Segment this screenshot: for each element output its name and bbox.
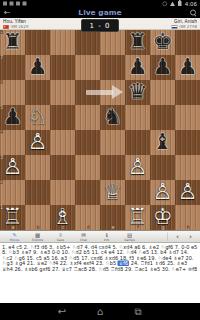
tab-label: Info: [104, 238, 110, 242]
square-c8[interactable]: [50, 30, 75, 55]
square-c5[interactable]: [50, 105, 75, 130]
piece-black-king[interactable]: ♚: [150, 30, 175, 55]
square-d7[interactable]: [75, 55, 100, 80]
sync-icon: [163, 1, 168, 6]
notification-icons: [3, 2, 27, 6]
rank-label-8: 8: [0, 30, 3, 35]
toolbar: ✎Moves▦Explore⇩Save✉ChatℹInfo▤Games ‹ ›: [0, 230, 200, 243]
wifi-icon: [170, 1, 175, 6]
move-list[interactable]: 1. e4 c5 2. ♘f3 d6 3. ♗b5+ ♘d7 4. d4 cxd…: [0, 243, 200, 282]
black-player: Giri, Anish GM 2798: [171, 19, 197, 30]
tab-explore[interactable]: ▦Explore: [26, 232, 49, 241]
black-player-flag-icon: [171, 25, 177, 29]
square-f7[interactable]: ♟: [125, 55, 150, 80]
notification-2-icon: [10, 2, 14, 6]
nav-recents-icon[interactable]: ⧉: [132, 303, 144, 320]
rank-label-5: 5: [0, 105, 3, 110]
square-d6[interactable]: [75, 80, 100, 105]
square-h1[interactable]: h: [175, 205, 200, 230]
square-b8[interactable]: [25, 30, 50, 55]
piece-black-pawn[interactable]: ♟: [150, 55, 175, 80]
square-a1[interactable]: ♖1a: [0, 205, 25, 230]
tab-label: Moves: [10, 238, 20, 242]
square-d3[interactable]: [75, 155, 100, 180]
square-e7[interactable]: [100, 55, 125, 80]
rank-label-7: 7: [0, 55, 3, 60]
status-time: 4:06: [185, 0, 197, 7]
square-e5[interactable]: ♞: [100, 105, 125, 130]
search-button[interactable]: [176, 10, 196, 16]
square-f4[interactable]: [125, 130, 150, 155]
square-f1[interactable]: ♖f: [125, 205, 150, 230]
tab-label: Save: [57, 238, 64, 242]
square-h6[interactable]: [175, 80, 200, 105]
header: ← Live game: [0, 7, 200, 18]
square-f5[interactable]: [125, 105, 150, 130]
square-b4[interactable]: ♙: [25, 130, 50, 155]
square-f3[interactable]: ♙: [125, 155, 150, 180]
game-score: 1 - 0: [81, 19, 119, 32]
square-h5[interactable]: [175, 105, 200, 130]
square-h4[interactable]: [175, 130, 200, 155]
notification-4-icon: [23, 2, 27, 6]
square-h7[interactable]: ♟: [175, 55, 200, 80]
square-a8[interactable]: ♜8: [0, 30, 25, 55]
prev-move-button[interactable]: ‹: [171, 232, 184, 241]
rank-label-2: 2: [0, 180, 3, 185]
piece-white-queen[interactable]: ♕: [100, 180, 125, 205]
search-icon: [190, 10, 196, 16]
piece-black-rook[interactable]: ♜: [125, 30, 150, 55]
chess-board[interactable]: ♜8♜♚7♟♟♟♟6♛♟5♘♞4♙♝♙3♙2♕♙♙♖1ab♗cde♖f♔gh: [0, 30, 200, 230]
square-a7[interactable]: 7: [0, 55, 25, 80]
piece-white-pawn[interactable]: ♙: [150, 180, 175, 205]
square-b7[interactable]: ♟: [25, 55, 50, 80]
notification-1-icon: [3, 2, 7, 6]
status-bar: 4:06: [0, 0, 200, 7]
tab-moves[interactable]: ✎Moves: [3, 232, 26, 241]
square-g6[interactable]: [150, 80, 175, 105]
square-c7[interactable]: [50, 55, 75, 80]
square-e4[interactable]: [100, 130, 125, 155]
square-c6[interactable]: [50, 80, 75, 105]
square-c4[interactable]: [50, 130, 75, 155]
piece-white-knight[interactable]: ♘: [25, 105, 50, 130]
square-e1[interactable]: e: [100, 205, 125, 230]
rank-label-3: 3: [0, 155, 3, 160]
square-h3[interactable]: [175, 155, 200, 180]
square-f6[interactable]: ♛: [125, 80, 150, 105]
square-g7[interactable]: ♟: [150, 55, 175, 80]
square-f2[interactable]: [125, 180, 150, 205]
square-d5[interactable]: [75, 105, 100, 130]
piece-white-pawn[interactable]: ♙: [175, 180, 200, 205]
square-d8[interactable]: [75, 30, 100, 55]
square-a3[interactable]: ♙3: [0, 155, 25, 180]
square-g5[interactable]: [150, 105, 175, 130]
square-a6[interactable]: 6: [0, 80, 25, 105]
square-b3[interactable]: [25, 155, 50, 180]
square-g1[interactable]: ♔g: [150, 205, 175, 230]
square-h2[interactable]: ♙: [175, 180, 200, 205]
tab-label: Chat: [80, 238, 87, 242]
rank-label-6: 6: [0, 80, 3, 85]
nav-home-icon[interactable]: ⌂: [94, 303, 106, 320]
tab-chat[interactable]: ✉Chat: [72, 232, 95, 241]
tab-label: Games: [124, 238, 135, 242]
black-player-rating: GM 2798: [179, 25, 197, 30]
piece-black-pawn[interactable]: ♟: [175, 55, 200, 80]
square-e8[interactable]: [100, 30, 125, 55]
white-player-name: Hou, Yifan: [3, 19, 29, 24]
white-player: Hou, Yifan GM 2629: [3, 19, 29, 30]
square-b5[interactable]: ♘: [25, 105, 50, 130]
black-player-name: Giri, Anish: [174, 19, 197, 24]
piece-black-pawn[interactable]: ♟: [125, 55, 150, 80]
square-e6[interactable]: [100, 80, 125, 105]
square-d2[interactable]: [75, 180, 100, 205]
toolbar-tabs: ✎Moves▦Explore⇩Save✉ChatℹInfo▤Games: [3, 232, 141, 241]
square-c1[interactable]: ♗c: [50, 205, 75, 230]
square-d4[interactable]: [75, 130, 100, 155]
square-a2[interactable]: 2: [0, 180, 25, 205]
square-g4[interactable]: ♝: [150, 130, 175, 155]
tab-info[interactable]: ℹInfo: [95, 232, 118, 241]
square-a4[interactable]: 4: [0, 130, 25, 155]
tab-label: Explore: [32, 238, 43, 242]
square-e3[interactable]: [100, 155, 125, 180]
square-b6[interactable]: [25, 80, 50, 105]
toolbar-divider: [168, 233, 169, 241]
piece-black-pawn[interactable]: ♟: [0, 105, 25, 130]
square-g8[interactable]: ♚: [150, 30, 175, 55]
page-title: Live game: [24, 8, 176, 17]
tab-games[interactable]: ▤Games: [118, 232, 141, 241]
piece-black-knight[interactable]: ♞: [100, 105, 125, 130]
tab-save[interactable]: ⇩Save: [49, 232, 72, 241]
piece-black-pawn[interactable]: ♟: [25, 55, 50, 80]
rank-label-4: 4: [0, 130, 3, 135]
app-screen: 4:06 ← Live game Hou, Yifan GM 2629 Giri…: [0, 0, 200, 320]
square-b1[interactable]: b: [25, 205, 50, 230]
piece-white-pawn[interactable]: ♙: [0, 155, 25, 180]
square-g3[interactable]: [150, 155, 175, 180]
square-f8[interactable]: ♜: [125, 30, 150, 55]
notification-3-icon: [16, 2, 20, 6]
back-arrow-icon[interactable]: ←: [4, 7, 24, 18]
square-c2[interactable]: [50, 180, 75, 205]
next-move-button[interactable]: ›: [184, 232, 197, 241]
battery-icon: [178, 1, 182, 6]
square-b2[interactable]: [25, 180, 50, 205]
square-g2[interactable]: ♙: [150, 180, 175, 205]
square-d1[interactable]: d: [75, 205, 100, 230]
piece-black-bishop[interactable]: ♝: [150, 130, 175, 155]
android-nav-bar: ↩ ⌂ ⧉: [0, 303, 200, 320]
piece-black-queen[interactable]: ♛: [125, 80, 150, 105]
square-e2[interactable]: ♕: [100, 180, 125, 205]
square-c3[interactable]: [50, 155, 75, 180]
square-h8[interactable]: [175, 30, 200, 55]
square-a5[interactable]: ♟5: [0, 105, 25, 130]
nav-back-icon[interactable]: ↩: [56, 303, 68, 320]
piece-white-pawn[interactable]: ♙: [125, 155, 150, 180]
rank-label-1: 1: [0, 205, 3, 210]
piece-white-pawn[interactable]: ♙: [25, 130, 50, 155]
piece-black-rook[interactable]: ♜: [0, 30, 25, 55]
